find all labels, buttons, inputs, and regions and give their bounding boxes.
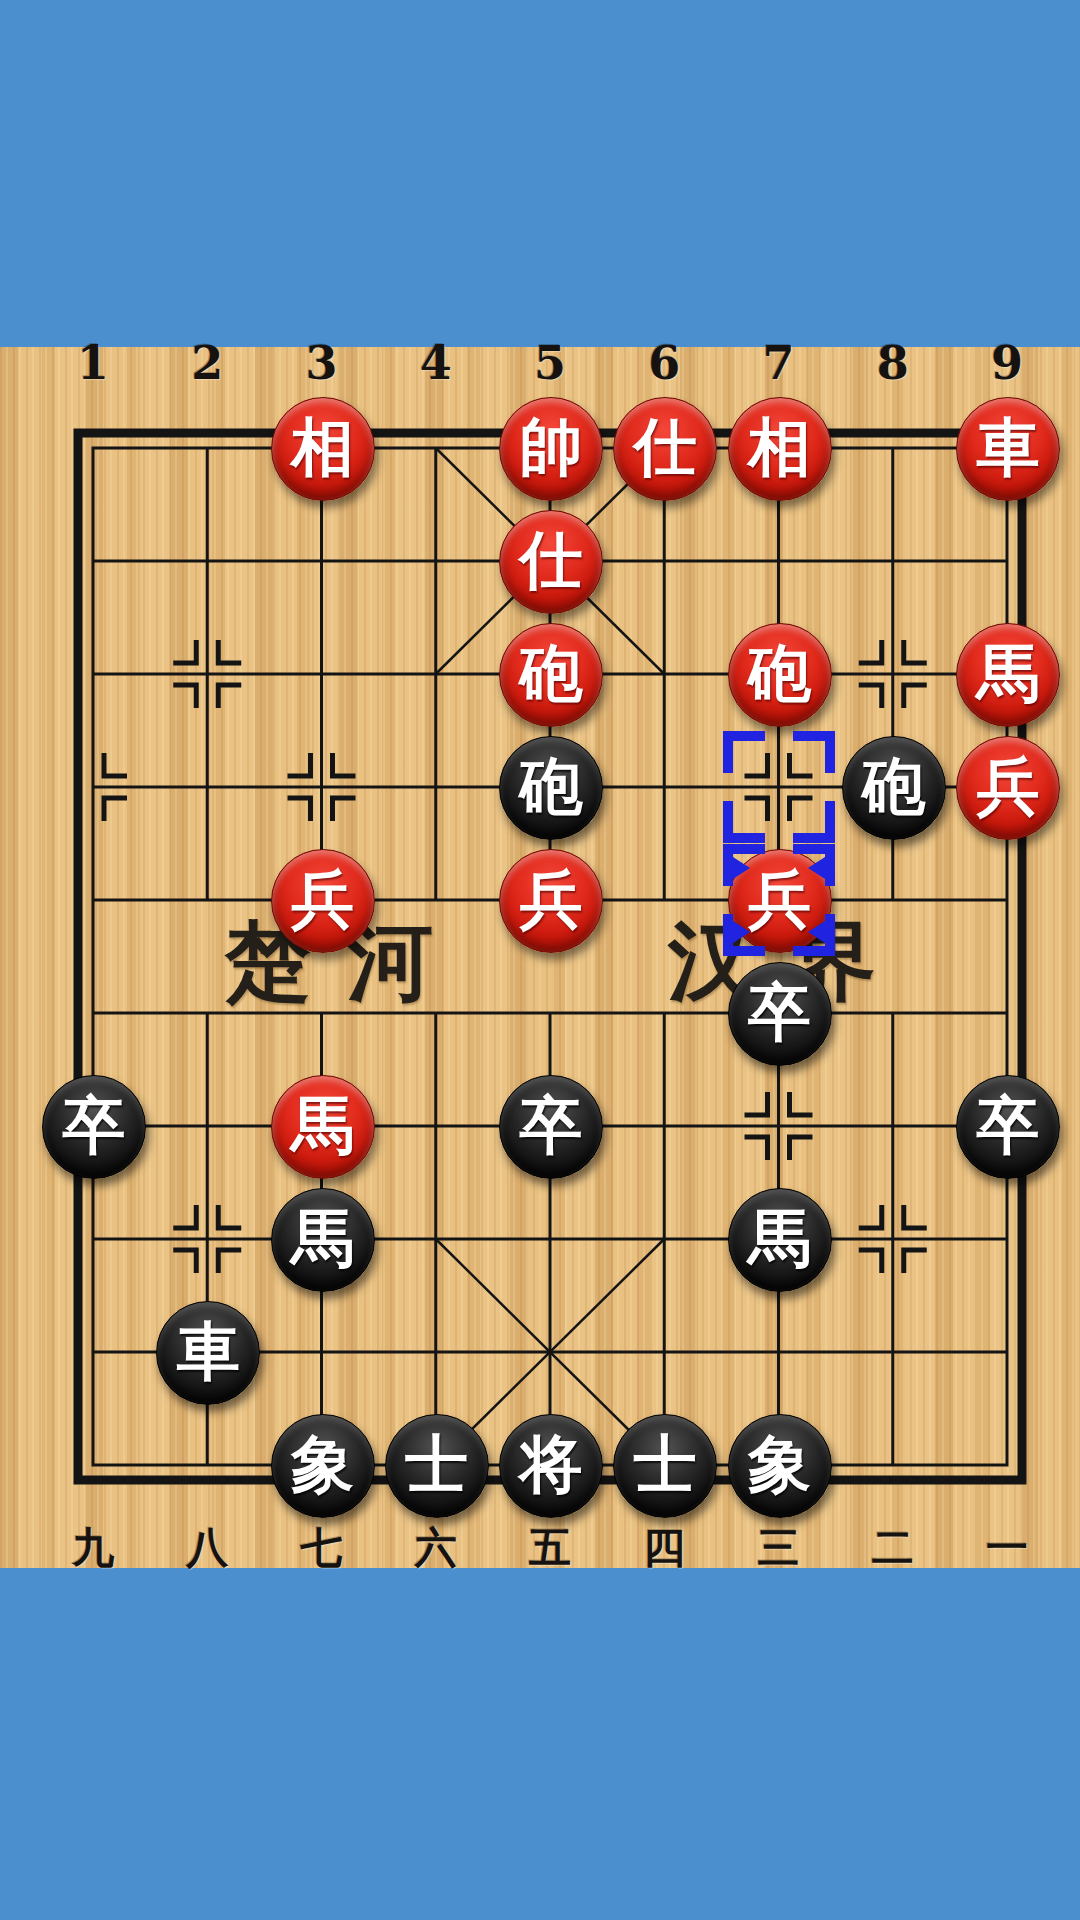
file-label-bottom-4: 六 [415, 1520, 457, 1576]
file-label-top-4: 4 [420, 336, 452, 390]
piece-character: 象 [748, 1433, 811, 1496]
piece-black-cannon[interactable]: 砲 [842, 736, 946, 840]
piece-character: 相 [748, 416, 811, 479]
piece-character: 卒 [63, 1094, 126, 1157]
file-label-top-6: 6 [648, 336, 680, 390]
piece-black-elephant[interactable]: 象 [728, 1414, 832, 1518]
board-grid [0, 0, 1080, 1920]
piece-black-soldier[interactable]: 卒 [42, 1075, 146, 1179]
piece-character: 兵 [291, 868, 354, 931]
piece-character: 馬 [748, 1207, 811, 1270]
piece-character: 兵 [520, 868, 583, 931]
piece-character: 将 [520, 1433, 583, 1496]
piece-character: 兵 [977, 755, 1040, 818]
piece-character: 馬 [291, 1207, 354, 1270]
piece-character: 卒 [748, 981, 811, 1044]
piece-red-advisor[interactable]: 仕 [499, 510, 603, 614]
file-label-top-2: 2 [191, 336, 223, 390]
piece-black-horse[interactable]: 馬 [271, 1188, 375, 1292]
piece-character: 砲 [862, 755, 925, 818]
file-label-top-1: 1 [77, 336, 109, 390]
piece-black-general[interactable]: 将 [499, 1414, 603, 1518]
file-label-top-8: 8 [877, 336, 909, 390]
file-label-bottom-3: 七 [301, 1520, 343, 1576]
piece-character: 兵 [748, 868, 811, 931]
piece-character: 車 [177, 1320, 240, 1383]
piece-character: 馬 [291, 1094, 354, 1157]
piece-black-soldier[interactable]: 卒 [499, 1075, 603, 1179]
piece-red-cannon[interactable]: 砲 [499, 623, 603, 727]
piece-red-general[interactable]: 帥 [499, 397, 603, 501]
piece-character: 砲 [520, 755, 583, 818]
file-label-top-5: 5 [534, 336, 566, 390]
piece-character: 相 [291, 416, 354, 479]
file-label-bottom-8: 二 [872, 1520, 914, 1576]
piece-black-horse[interactable]: 馬 [728, 1188, 832, 1292]
piece-red-soldier[interactable]: 兵 [271, 849, 375, 953]
file-label-bottom-6: 四 [643, 1520, 685, 1576]
app-background: 123456789九八七六五四三二一楚河汉界 相帥仕相車仕砲砲馬砲砲兵兵兵兵卒卒… [0, 0, 1080, 1920]
piece-black-soldier[interactable]: 卒 [956, 1075, 1060, 1179]
file-label-top-9: 9 [991, 336, 1023, 390]
piece-character: 士 [634, 1433, 697, 1496]
piece-character: 卒 [520, 1094, 583, 1157]
piece-character: 仕 [634, 416, 697, 479]
file-label-top-3: 3 [305, 336, 337, 390]
piece-character: 卒 [977, 1094, 1040, 1157]
piece-character: 帥 [520, 416, 583, 479]
piece-character: 馬 [977, 642, 1040, 705]
piece-red-soldier[interactable]: 兵 [728, 849, 832, 953]
piece-red-horse[interactable]: 馬 [271, 1075, 375, 1179]
piece-red-soldier[interactable]: 兵 [956, 736, 1060, 840]
piece-black-advisor[interactable]: 士 [613, 1414, 717, 1518]
piece-black-elephant[interactable]: 象 [271, 1414, 375, 1518]
piece-red-elephant[interactable]: 相 [728, 397, 832, 501]
file-label-bottom-1: 九 [72, 1520, 114, 1576]
file-label-bottom-5: 五 [529, 1520, 571, 1576]
piece-black-soldier[interactable]: 卒 [728, 962, 832, 1066]
piece-black-chariot[interactable]: 車 [156, 1301, 260, 1405]
piece-character: 士 [405, 1433, 468, 1496]
piece-red-soldier[interactable]: 兵 [499, 849, 603, 953]
piece-character: 仕 [520, 529, 583, 592]
piece-character: 車 [977, 416, 1040, 479]
file-label-top-7: 7 [762, 336, 794, 390]
piece-black-cannon[interactable]: 砲 [499, 736, 603, 840]
piece-red-horse[interactable]: 馬 [956, 623, 1060, 727]
piece-red-cannon[interactable]: 砲 [728, 623, 832, 727]
piece-character: 砲 [748, 642, 811, 705]
file-label-bottom-9: 一 [986, 1520, 1028, 1576]
piece-red-chariot[interactable]: 車 [956, 397, 1060, 501]
file-label-bottom-2: 八 [186, 1520, 228, 1576]
piece-character: 象 [291, 1433, 354, 1496]
piece-red-elephant[interactable]: 相 [271, 397, 375, 501]
piece-character: 砲 [520, 642, 583, 705]
piece-red-advisor[interactable]: 仕 [613, 397, 717, 501]
file-label-bottom-7: 三 [758, 1520, 800, 1576]
piece-black-advisor[interactable]: 士 [385, 1414, 489, 1518]
